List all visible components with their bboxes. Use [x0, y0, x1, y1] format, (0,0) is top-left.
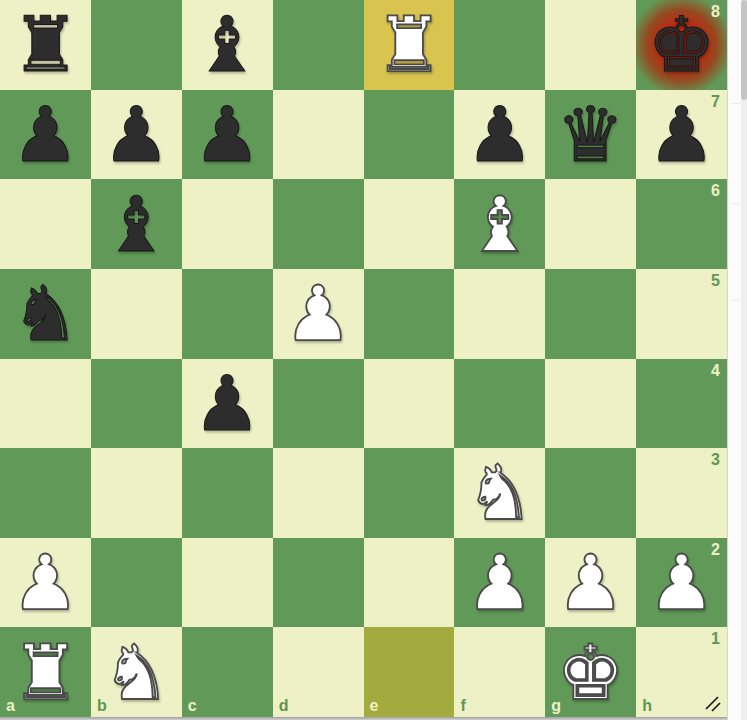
black-bishop[interactable]: ♝	[193, 0, 261, 89]
square-c5[interactable]	[182, 269, 273, 359]
square-d7[interactable]	[273, 90, 364, 180]
square-f1[interactable]: f	[454, 627, 545, 717]
square-h7[interactable]: ♟7	[636, 90, 727, 180]
square-a7[interactable]: ♟	[0, 90, 91, 180]
file-label-c: c	[188, 698, 197, 714]
square-d1[interactable]: d	[273, 627, 364, 717]
square-d8[interactable]	[273, 0, 364, 90]
square-b3[interactable]	[91, 448, 182, 538]
square-e7[interactable]	[364, 90, 455, 180]
square-a3[interactable]	[0, 448, 91, 538]
square-c3[interactable]	[182, 448, 273, 538]
black-bishop[interactable]: ♝	[102, 180, 170, 269]
file-label-f: f	[460, 698, 465, 714]
gutter-divider	[731, 203, 740, 204]
square-b6[interactable]: ♝	[91, 179, 182, 269]
square-h3[interactable]: 3	[636, 448, 727, 538]
file-label-d: d	[279, 698, 289, 714]
right-gutter	[727, 0, 747, 720]
black-rook[interactable]: ♜	[11, 0, 79, 89]
black-king[interactable]: ♚	[647, 0, 715, 89]
square-f7[interactable]: ♟	[454, 90, 545, 180]
rank-label-5: 5	[711, 273, 720, 289]
square-h4[interactable]: 4	[636, 359, 727, 449]
square-e4[interactable]	[364, 359, 455, 449]
rank-label-3: 3	[711, 452, 720, 468]
square-c4[interactable]: ♟	[182, 359, 273, 449]
square-a6[interactable]	[0, 179, 91, 269]
gutter-divider	[731, 300, 740, 301]
black-pawn[interactable]: ♟	[647, 90, 715, 179]
square-d6[interactable]	[273, 179, 364, 269]
square-f6[interactable]: ♝	[454, 179, 545, 269]
black-queen[interactable]: ♛	[557, 90, 625, 179]
square-b5[interactable]	[91, 269, 182, 359]
square-c1[interactable]: c	[182, 627, 273, 717]
board-resize-handle-icon[interactable]	[703, 694, 723, 714]
square-a4[interactable]	[0, 359, 91, 449]
black-pawn[interactable]: ♟	[193, 90, 261, 179]
square-g7[interactable]: ♛	[545, 90, 636, 180]
white-king[interactable]: ♚	[557, 628, 625, 717]
white-pawn[interactable]: ♟	[647, 538, 715, 627]
black-pawn[interactable]: ♟	[11, 90, 79, 179]
black-pawn[interactable]: ♟	[193, 359, 261, 448]
square-g1[interactable]: ♚g	[545, 627, 636, 717]
rank-label-4: 4	[711, 363, 720, 379]
chess-board: ♜♝♜♚8♟♟♟♟♛♟7♝♝6♞♟5♟4♞3♟♟♟♟2♜a♞bcdef♚g1h	[0, 0, 727, 717]
white-rook[interactable]: ♜	[11, 628, 79, 717]
square-g8[interactable]	[545, 0, 636, 90]
square-a1[interactable]: ♜a	[0, 627, 91, 717]
file-label-e: e	[370, 698, 379, 714]
square-h2[interactable]: ♟2	[636, 538, 727, 628]
square-c8[interactable]: ♝	[182, 0, 273, 90]
square-g2[interactable]: ♟	[545, 538, 636, 628]
square-a8[interactable]: ♜	[0, 0, 91, 90]
white-knight[interactable]: ♞	[466, 448, 534, 537]
black-pawn[interactable]: ♟	[102, 90, 170, 179]
square-b2[interactable]	[91, 538, 182, 628]
square-f2[interactable]: ♟	[454, 538, 545, 628]
square-h6[interactable]: 6	[636, 179, 727, 269]
square-g5[interactable]	[545, 269, 636, 359]
square-b4[interactable]	[91, 359, 182, 449]
square-e6[interactable]	[364, 179, 455, 269]
square-c2[interactable]	[182, 538, 273, 628]
square-e5[interactable]	[364, 269, 455, 359]
black-knight[interactable]: ♞	[11, 269, 79, 358]
white-pawn[interactable]: ♟	[557, 538, 625, 627]
square-b7[interactable]: ♟	[91, 90, 182, 180]
white-rook[interactable]: ♜	[375, 0, 443, 89]
square-a2[interactable]: ♟	[0, 538, 91, 628]
gutter-divider	[731, 103, 740, 104]
square-g4[interactable]	[545, 359, 636, 449]
square-a5[interactable]: ♞	[0, 269, 91, 359]
white-bishop[interactable]: ♝	[466, 180, 534, 269]
rank-label-1: 1	[711, 631, 720, 647]
square-g6[interactable]	[545, 179, 636, 269]
square-h5[interactable]: 5	[636, 269, 727, 359]
white-pawn[interactable]: ♟	[11, 538, 79, 627]
square-c7[interactable]: ♟	[182, 90, 273, 180]
scrollbar-thumb[interactable]	[741, 0, 747, 100]
square-b8[interactable]	[91, 0, 182, 90]
square-f4[interactable]	[454, 359, 545, 449]
file-label-h: h	[642, 698, 652, 714]
chess-app-screen: ♜♝♜♚8♟♟♟♟♛♟7♝♝6♞♟5♟4♞3♟♟♟♟2♜a♞bcdef♚g1h	[0, 0, 747, 720]
square-d3[interactable]	[273, 448, 364, 538]
square-e2[interactable]	[364, 538, 455, 628]
square-d4[interactable]	[273, 359, 364, 449]
white-pawn[interactable]: ♟	[466, 538, 534, 627]
square-f3[interactable]: ♞	[454, 448, 545, 538]
square-d5[interactable]: ♟	[273, 269, 364, 359]
rank-label-6: 6	[711, 183, 720, 199]
square-f8[interactable]	[454, 0, 545, 90]
scrollbar-track[interactable]	[741, 0, 747, 720]
square-e3[interactable]	[364, 448, 455, 538]
square-h8[interactable]: ♚8	[636, 0, 727, 90]
black-pawn[interactable]: ♟	[466, 90, 534, 179]
white-knight[interactable]: ♞	[102, 628, 170, 717]
white-pawn[interactable]: ♟	[284, 269, 352, 358]
square-g3[interactable]	[545, 448, 636, 538]
square-f5[interactable]	[454, 269, 545, 359]
square-d2[interactable]	[273, 538, 364, 628]
square-e1[interactable]: e	[364, 627, 455, 717]
square-b1[interactable]: ♞b	[91, 627, 182, 717]
square-e8[interactable]: ♜	[364, 0, 455, 90]
square-c6[interactable]	[182, 179, 273, 269]
